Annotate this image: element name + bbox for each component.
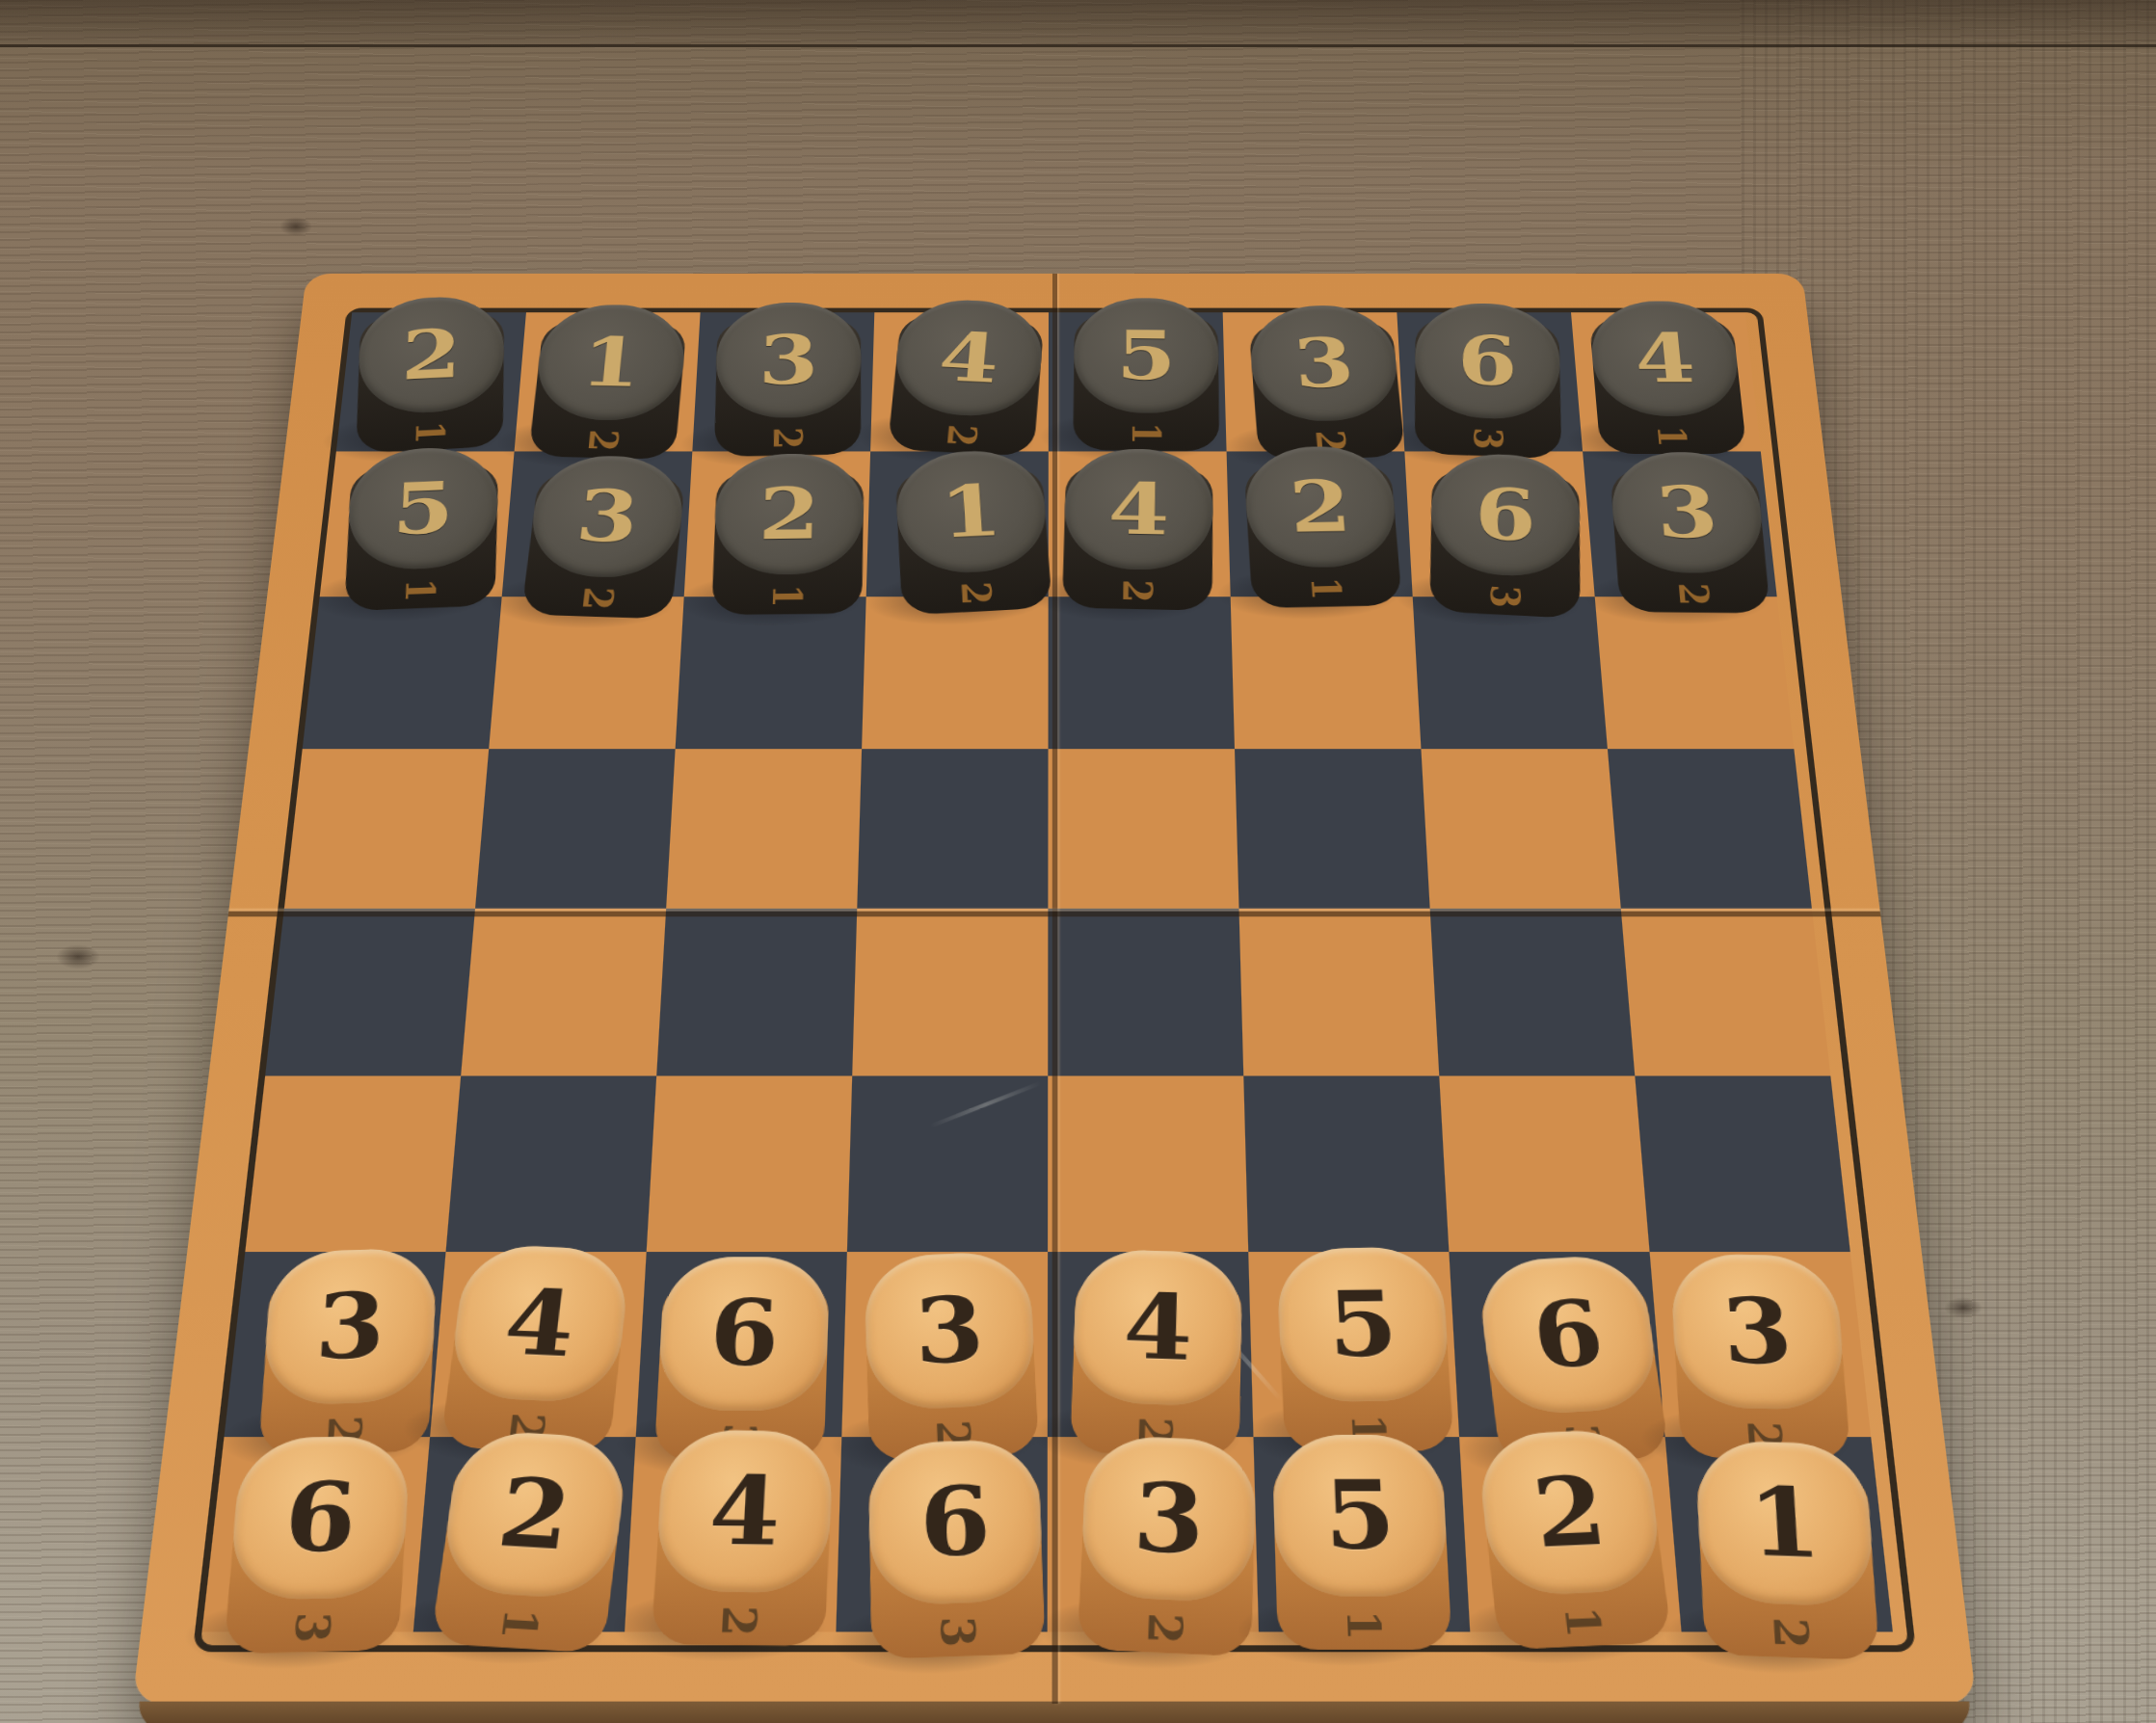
die-top-face: 6 [867, 1439, 1043, 1606]
board-side-edge [136, 1702, 1973, 1723]
die-top-number: 2 [492, 1465, 575, 1563]
die-top-number: 3 [312, 1280, 386, 1372]
die-e1[interactable]: 23 [1077, 1434, 1256, 1657]
die-top-face: 5 [1073, 298, 1218, 414]
die-f2[interactable]: 15 [1275, 1247, 1453, 1452]
die-top-number: 6 [1457, 326, 1518, 395]
die-top-number: 5 [1116, 321, 1176, 388]
die-top-face: 4 [653, 1430, 834, 1594]
die-top-face: 3 [1079, 1434, 1257, 1604]
die-f7[interactable]: 12 [1242, 445, 1402, 608]
die-c7[interactable]: 12 [711, 453, 864, 615]
die-top-number: 3 [1291, 329, 1356, 398]
die-a8[interactable]: 12 [356, 294, 504, 453]
die-h8[interactable]: 14 [1587, 302, 1747, 454]
die-top-face: 6 [656, 1257, 830, 1411]
die-top-number: 3 [572, 480, 642, 552]
die-top-face: 4 [1063, 448, 1212, 571]
die-top-number: 3 [758, 326, 818, 394]
die-c1[interactable]: 24 [651, 1430, 834, 1647]
die-top-number: 6 [918, 1472, 992, 1570]
die-top-number: 4 [1631, 325, 1697, 392]
die-d8[interactable]: 24 [887, 297, 1045, 456]
die-top-number: 2 [1529, 1463, 1610, 1561]
die-d1[interactable]: 36 [867, 1439, 1045, 1659]
die-top-number: 4 [1107, 473, 1170, 545]
die-g8[interactable]: 36 [1414, 301, 1560, 459]
die-c8[interactable]: 23 [714, 302, 861, 457]
die-top-number: 2 [1287, 470, 1353, 543]
die-top-number: 1 [577, 328, 644, 396]
die-top-face: 3 [714, 302, 860, 419]
die-top-number: 6 [1528, 1287, 1609, 1381]
die-top-number: 4 [706, 1463, 783, 1558]
die-d2[interactable]: 23 [864, 1251, 1039, 1462]
game-board: 1221232415233614152312212412362323243623… [132, 274, 1977, 1704]
die-a7[interactable]: 15 [344, 445, 499, 611]
die-g1[interactable]: 12 [1475, 1428, 1672, 1651]
die-top-face: 4 [1071, 1248, 1241, 1407]
die-top-number: 3 [1131, 1470, 1206, 1568]
die-e2[interactable]: 24 [1069, 1248, 1241, 1457]
wood-knot [56, 944, 100, 969]
plank-edge [0, 0, 2156, 47]
die-top-number: 4 [499, 1277, 579, 1369]
die-b2[interactable]: 24 [439, 1243, 631, 1454]
die-top-number: 5 [1325, 1279, 1399, 1369]
die-top-number: 2 [758, 478, 820, 549]
die-h2[interactable]: 23 [1668, 1253, 1850, 1461]
die-top-number: 5 [390, 471, 454, 544]
die-top-number: 5 [1322, 1468, 1397, 1562]
die-f1[interactable]: 15 [1271, 1435, 1451, 1650]
die-top-number: 1 [938, 475, 1003, 548]
die-e8[interactable]: 15 [1073, 298, 1219, 452]
die-top-number: 1 [1745, 1474, 1823, 1572]
die-top-number: 6 [281, 1469, 359, 1565]
die-top-number: 4 [1122, 1281, 1193, 1373]
wood-knot [279, 217, 312, 236]
die-top-number: 4 [936, 323, 1001, 393]
die-h1[interactable]: 21 [1694, 1440, 1879, 1660]
wood-table: 1221232415233614152312212412362323243623… [0, 0, 2156, 1723]
die-top-face: 5 [1275, 1247, 1451, 1402]
die-top-number: 3 [1719, 1286, 1795, 1377]
die-top-number: 6 [1474, 478, 1535, 552]
die-b1[interactable]: 12 [430, 1429, 629, 1654]
die-top-face: 2 [712, 453, 864, 575]
die-g7[interactable]: 36 [1429, 451, 1580, 619]
die-a1[interactable]: 36 [223, 1435, 411, 1654]
die-top-face: 3 [864, 1251, 1036, 1412]
die-b7[interactable]: 23 [520, 454, 687, 619]
die-top-number: 2 [400, 320, 462, 390]
die-b8[interactable]: 21 [528, 304, 688, 459]
die-h7[interactable]: 23 [1608, 452, 1770, 614]
die-top-face: 5 [1271, 1435, 1449, 1597]
die-e7[interactable]: 24 [1061, 448, 1212, 611]
die-top-number: 3 [1653, 476, 1720, 547]
die-top-number: 6 [707, 1288, 781, 1379]
die-top-number: 3 [913, 1284, 985, 1377]
dice-layer: 1221232415233614152312212412362323243623… [132, 274, 1977, 1704]
wood-knot [1944, 1297, 1983, 1318]
